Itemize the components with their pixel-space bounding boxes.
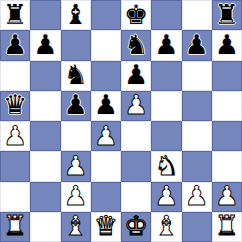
square-c5[interactable]: ♟: [61, 91, 91, 121]
piece-white-bishop: ♝: [64, 212, 88, 239]
square-e8[interactable]: ♚: [121, 0, 151, 30]
square-b5[interactable]: [30, 91, 60, 121]
square-c8[interactable]: ♝: [61, 0, 91, 30]
square-c4[interactable]: [61, 121, 91, 151]
square-g1[interactable]: [182, 212, 212, 242]
piece-black-pawn: ♟: [94, 91, 118, 118]
square-f4[interactable]: [151, 121, 181, 151]
square-a7[interactable]: ♟: [0, 30, 30, 60]
square-b2[interactable]: [30, 182, 60, 212]
square-e5[interactable]: ♟: [121, 91, 151, 121]
piece-white-pawn: ♟: [215, 182, 239, 209]
piece-white-pawn: ♟: [124, 91, 148, 118]
square-e2[interactable]: [121, 182, 151, 212]
square-c6[interactable]: ♞: [61, 61, 91, 91]
square-d2[interactable]: [91, 182, 121, 212]
piece-black-pawn: ♟: [215, 31, 239, 58]
square-h2[interactable]: ♟: [212, 182, 242, 212]
square-g8[interactable]: [182, 0, 212, 30]
piece-white-pawn: ♟: [94, 122, 118, 149]
piece-white-pawn: ♟: [154, 182, 178, 209]
square-h4[interactable]: [212, 121, 242, 151]
square-g5[interactable]: [182, 91, 212, 121]
square-g4[interactable]: [182, 121, 212, 151]
square-c3[interactable]: ♟: [61, 151, 91, 181]
square-c2[interactable]: ♟: [61, 182, 91, 212]
piece-white-bishop: ♝: [154, 212, 178, 239]
square-f7[interactable]: ♟: [151, 30, 181, 60]
square-d5[interactable]: ♟: [91, 91, 121, 121]
piece-white-pawn: ♟: [64, 152, 88, 179]
square-f2[interactable]: ♟: [151, 182, 181, 212]
square-c1[interactable]: ♝: [61, 212, 91, 242]
piece-black-pawn: ♟: [64, 91, 88, 118]
square-g3[interactable]: [182, 151, 212, 181]
square-b4[interactable]: [30, 121, 60, 151]
piece-white-knight: ♞: [154, 152, 178, 179]
square-a2[interactable]: [0, 182, 30, 212]
piece-black-knight: ♞: [124, 31, 148, 58]
square-f1[interactable]: ♝: [151, 212, 181, 242]
square-h8[interactable]: ♜: [212, 0, 242, 30]
square-d7[interactable]: [91, 30, 121, 60]
piece-white-king: ♚: [124, 212, 148, 239]
piece-white-queen: ♛: [94, 212, 118, 239]
piece-white-pawn: ♟: [3, 122, 27, 149]
square-d3[interactable]: [91, 151, 121, 181]
square-e6[interactable]: ♟: [121, 61, 151, 91]
square-h5[interactable]: [212, 91, 242, 121]
square-h3[interactable]: [212, 151, 242, 181]
piece-black-pawn: ♟: [33, 31, 57, 58]
piece-white-rook: ♜: [215, 212, 239, 239]
square-a6[interactable]: [0, 61, 30, 91]
square-a5[interactable]: ♛: [0, 91, 30, 121]
square-d8[interactable]: [91, 0, 121, 30]
piece-black-rook: ♜: [215, 1, 239, 28]
square-d6[interactable]: [91, 61, 121, 91]
piece-black-queen: ♛: [3, 91, 27, 118]
square-d1[interactable]: ♛: [91, 212, 121, 242]
piece-black-pawn: ♟: [3, 31, 27, 58]
piece-black-rook: ♜: [3, 1, 27, 28]
square-c7[interactable]: [61, 30, 91, 60]
square-h6[interactable]: [212, 61, 242, 91]
square-b7[interactable]: ♟: [30, 30, 60, 60]
piece-black-pawn: ♟: [154, 31, 178, 58]
square-g2[interactable]: ♟: [182, 182, 212, 212]
square-f6[interactable]: [151, 61, 181, 91]
square-g6[interactable]: [182, 61, 212, 91]
square-e3[interactable]: [121, 151, 151, 181]
square-e1[interactable]: ♚: [121, 212, 151, 242]
square-b6[interactable]: [30, 61, 60, 91]
square-h7[interactable]: ♟: [212, 30, 242, 60]
square-f8[interactable]: [151, 0, 181, 30]
piece-black-pawn: ♟: [185, 31, 209, 58]
square-b3[interactable]: [30, 151, 60, 181]
square-e4[interactable]: [121, 121, 151, 151]
piece-black-knight: ♞: [64, 61, 88, 88]
piece-white-pawn: ♟: [185, 182, 209, 209]
piece-black-pawn: ♟: [124, 61, 148, 88]
square-g7[interactable]: ♟: [182, 30, 212, 60]
square-e7[interactable]: ♞: [121, 30, 151, 60]
piece-white-rook: ♜: [3, 212, 27, 239]
square-b8[interactable]: [30, 0, 60, 30]
square-d4[interactable]: ♟: [91, 121, 121, 151]
square-a1[interactable]: ♜: [0, 212, 30, 242]
chess-board: ♜♝♚♜♟♟♞♟♟♟♞♟♛♟♟♟♟♟♟♞♟♟♟♟♜♝♛♚♝♜: [0, 0, 242, 242]
square-f5[interactable]: [151, 91, 181, 121]
square-a4[interactable]: ♟: [0, 121, 30, 151]
piece-white-pawn: ♟: [64, 182, 88, 209]
square-a8[interactable]: ♜: [0, 0, 30, 30]
square-a3[interactable]: [0, 151, 30, 181]
square-f3[interactable]: ♞: [151, 151, 181, 181]
piece-black-bishop: ♝: [64, 1, 88, 28]
piece-black-king: ♚: [124, 1, 148, 28]
square-b1[interactable]: [30, 212, 60, 242]
square-h1[interactable]: ♜: [212, 212, 242, 242]
